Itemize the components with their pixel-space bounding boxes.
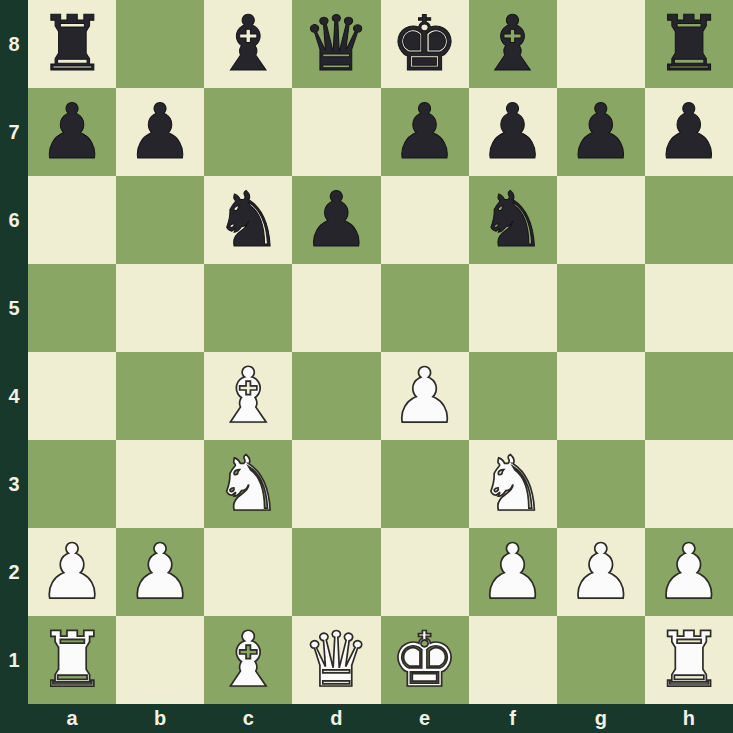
- square-g1[interactable]: [557, 616, 645, 704]
- square-e7[interactable]: ♟: [381, 88, 469, 176]
- square-g2[interactable]: ♟: [557, 528, 645, 616]
- black-pawn[interactable]: ♟: [126, 88, 194, 176]
- square-h8[interactable]: ♜: [645, 0, 733, 88]
- square-d3[interactable]: [292, 440, 380, 528]
- rank-label-8: 8: [0, 0, 28, 88]
- square-b7[interactable]: ♟: [116, 88, 204, 176]
- black-bishop[interactable]: ♝: [479, 0, 547, 88]
- square-c3[interactable]: ♞: [204, 440, 292, 528]
- square-b5[interactable]: [116, 264, 204, 352]
- square-a4[interactable]: [28, 352, 116, 440]
- square-c8[interactable]: ♝: [204, 0, 292, 88]
- square-b8[interactable]: [116, 0, 204, 88]
- square-d2[interactable]: [292, 528, 380, 616]
- white-pawn[interactable]: ♟: [390, 352, 458, 440]
- square-g3[interactable]: [557, 440, 645, 528]
- black-knight[interactable]: ♞: [479, 176, 547, 264]
- square-b3[interactable]: [116, 440, 204, 528]
- file-label-a: a: [28, 704, 116, 733]
- square-f7[interactable]: ♟: [469, 88, 557, 176]
- file-label-g: g: [557, 704, 645, 733]
- rank-label-4: 4: [0, 352, 28, 440]
- file-label-f: f: [469, 704, 557, 733]
- square-e2[interactable]: [381, 528, 469, 616]
- square-g8[interactable]: [557, 0, 645, 88]
- white-pawn[interactable]: ♟: [567, 528, 635, 616]
- file-label-b: b: [116, 704, 204, 733]
- square-h5[interactable]: [645, 264, 733, 352]
- square-d6[interactable]: ♟: [292, 176, 380, 264]
- square-d8[interactable]: ♛: [292, 0, 380, 88]
- rank-label-1: 1: [0, 616, 28, 704]
- black-rook[interactable]: ♜: [38, 0, 106, 88]
- square-e6[interactable]: [381, 176, 469, 264]
- square-c2[interactable]: [204, 528, 292, 616]
- square-a1[interactable]: ♜: [28, 616, 116, 704]
- square-b6[interactable]: [116, 176, 204, 264]
- square-e3[interactable]: [381, 440, 469, 528]
- square-b4[interactable]: [116, 352, 204, 440]
- black-pawn[interactable]: ♟: [567, 88, 635, 176]
- rank-label-2: 2: [0, 528, 28, 616]
- white-rook[interactable]: ♜: [655, 616, 723, 704]
- square-f8[interactable]: ♝: [469, 0, 557, 88]
- square-f5[interactable]: [469, 264, 557, 352]
- black-pawn[interactable]: ♟: [390, 88, 458, 176]
- square-c7[interactable]: [204, 88, 292, 176]
- black-king[interactable]: ♚: [390, 0, 458, 88]
- white-king[interactable]: ♚: [390, 616, 458, 704]
- square-h6[interactable]: [645, 176, 733, 264]
- file-label-c: c: [204, 704, 292, 733]
- rank-label-6: 6: [0, 176, 28, 264]
- square-e5[interactable]: [381, 264, 469, 352]
- black-knight[interactable]: ♞: [214, 176, 282, 264]
- square-b1[interactable]: [116, 616, 204, 704]
- square-f4[interactable]: [469, 352, 557, 440]
- square-h2[interactable]: ♟: [645, 528, 733, 616]
- file-label-e: e: [381, 704, 469, 733]
- square-d4[interactable]: [292, 352, 380, 440]
- square-g7[interactable]: ♟: [557, 88, 645, 176]
- white-bishop[interactable]: ♝: [214, 352, 282, 440]
- white-pawn[interactable]: ♟: [38, 528, 106, 616]
- square-a7[interactable]: ♟: [28, 88, 116, 176]
- white-pawn[interactable]: ♟: [126, 528, 194, 616]
- square-a2[interactable]: ♟: [28, 528, 116, 616]
- black-pawn[interactable]: ♟: [38, 88, 106, 176]
- black-rook[interactable]: ♜: [655, 0, 723, 88]
- white-rook[interactable]: ♜: [38, 616, 106, 704]
- file-label-h: h: [645, 704, 733, 733]
- square-a5[interactable]: [28, 264, 116, 352]
- white-knight[interactable]: ♞: [214, 440, 282, 528]
- square-a3[interactable]: [28, 440, 116, 528]
- square-d1[interactable]: ♛: [292, 616, 380, 704]
- square-c6[interactable]: ♞: [204, 176, 292, 264]
- square-d5[interactable]: [292, 264, 380, 352]
- square-h7[interactable]: ♟: [645, 88, 733, 176]
- white-knight[interactable]: ♞: [479, 440, 547, 528]
- square-g6[interactable]: [557, 176, 645, 264]
- rank-label-7: 7: [0, 88, 28, 176]
- square-e8[interactable]: ♚: [381, 0, 469, 88]
- square-g4[interactable]: [557, 352, 645, 440]
- black-bishop[interactable]: ♝: [214, 0, 282, 88]
- square-h3[interactable]: [645, 440, 733, 528]
- square-a8[interactable]: ♜: [28, 0, 116, 88]
- square-f6[interactable]: ♞: [469, 176, 557, 264]
- coordinate-corner: [0, 704, 28, 733]
- black-pawn[interactable]: ♟: [302, 176, 370, 264]
- square-e4[interactable]: ♟: [381, 352, 469, 440]
- white-bishop[interactable]: ♝: [214, 616, 282, 704]
- black-pawn[interactable]: ♟: [479, 88, 547, 176]
- square-f1[interactable]: [469, 616, 557, 704]
- white-pawn[interactable]: ♟: [479, 528, 547, 616]
- square-h4[interactable]: [645, 352, 733, 440]
- chess-board: 8♜♝♛♚♝♜7♟♟♟♟♟♟6♞♟♞54♝♟3♞♞2♟♟♟♟♟1♜♝♛♚♜abc…: [0, 0, 733, 733]
- black-pawn[interactable]: ♟: [655, 88, 723, 176]
- square-f3[interactable]: ♞: [469, 440, 557, 528]
- white-queen[interactable]: ♛: [302, 616, 370, 704]
- square-c1[interactable]: ♝: [204, 616, 292, 704]
- file-label-d: d: [292, 704, 380, 733]
- rank-label-3: 3: [0, 440, 28, 528]
- square-c5[interactable]: [204, 264, 292, 352]
- square-b2[interactable]: ♟: [116, 528, 204, 616]
- square-a6[interactable]: [28, 176, 116, 264]
- square-g5[interactable]: [557, 264, 645, 352]
- square-h1[interactable]: ♜: [645, 616, 733, 704]
- black-queen[interactable]: ♛: [302, 0, 370, 88]
- square-c4[interactable]: ♝: [204, 352, 292, 440]
- square-d7[interactable]: [292, 88, 380, 176]
- rank-label-5: 5: [0, 264, 28, 352]
- square-f2[interactable]: ♟: [469, 528, 557, 616]
- white-pawn[interactable]: ♟: [655, 528, 723, 616]
- square-e1[interactable]: ♚: [381, 616, 469, 704]
